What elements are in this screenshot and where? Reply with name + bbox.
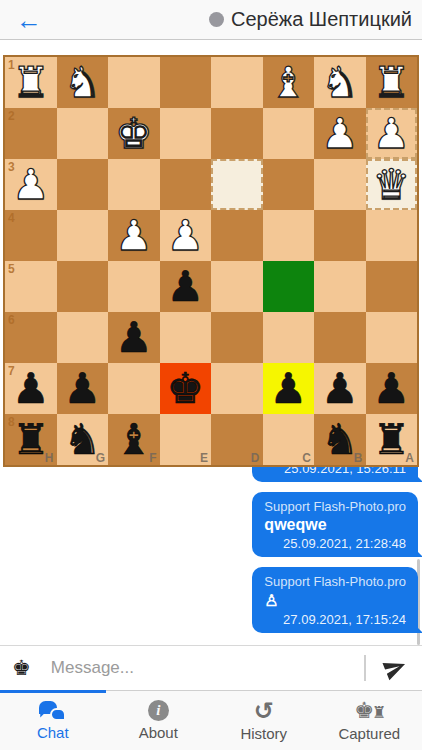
opponent-title: Серёжа Шептицкий: [209, 8, 412, 31]
captured-king-glyph: ♚: [354, 700, 372, 722]
square-c8[interactable]: C: [263, 414, 315, 465]
active-tab-indicator: [0, 690, 106, 693]
square-h5[interactable]: 5: [5, 261, 57, 312]
message-input-row: ♚: [0, 645, 422, 690]
square-f5[interactable]: [108, 261, 160, 312]
square-d4[interactable]: [211, 210, 263, 261]
message-input[interactable]: [51, 658, 358, 678]
tab-chat[interactable]: Chat: [0, 691, 106, 750]
rank-label: 7: [8, 364, 15, 378]
white-king-piece: ♚: [115, 111, 153, 157]
board-container: 1♜♞♝♞♜2♚♟♟3♟♛4♟♟5♟6♟7♟♟♚♟♟♟8H♜G♞F♝EDCB♞A…: [0, 40, 422, 467]
chat-bubbles-icon: [39, 701, 66, 721]
rank-label: 3: [8, 160, 15, 174]
black-pawn-piece: ♟: [12, 366, 50, 412]
square-e7[interactable]: ♚: [160, 363, 212, 414]
bubble-timestamp: 25.09.2021, 21:28:48: [264, 536, 406, 551]
square-h7[interactable]: 7♟: [5, 363, 57, 414]
chat-bubble: Support Flash-Photo.pro 25.09.2021, 15:2…: [252, 467, 418, 482]
tab-captured[interactable]: ♚ ♜ Captured: [317, 691, 422, 750]
square-g3[interactable]: [57, 159, 109, 210]
square-e5[interactable]: ♟: [160, 261, 212, 312]
square-e6[interactable]: [160, 312, 212, 363]
square-c1[interactable]: ♝: [263, 57, 315, 108]
file-label: D: [251, 451, 260, 465]
square-d1[interactable]: [211, 57, 263, 108]
square-a4[interactable]: [366, 210, 418, 261]
square-h4[interactable]: 4: [5, 210, 57, 261]
square-b1[interactable]: ♞: [314, 57, 366, 108]
rank-label: 6: [8, 313, 15, 327]
square-d6[interactable]: [211, 312, 263, 363]
black-pawn-piece: ♟: [269, 366, 307, 412]
square-e1[interactable]: [160, 57, 212, 108]
tab-history-label: History: [240, 725, 287, 742]
bubble-timestamp: 25.09.2021, 15:26:11: [264, 467, 406, 476]
square-g2[interactable]: [57, 108, 109, 159]
chess-board[interactable]: 1♜♞♝♞♜2♚♟♟3♟♛4♟♟5♟6♟7♟♟♚♟♟♟8H♜G♞F♝EDCB♞A…: [3, 55, 419, 467]
file-label: F: [149, 451, 156, 465]
bottom-tab-bar: Chat i About ↺ History ♚ ♜ Captured: [0, 690, 422, 750]
chat-message-list[interactable]: Support Flash-Photo.pro 25.09.2021, 15:2…: [0, 467, 422, 645]
square-b2[interactable]: ♟: [314, 108, 366, 159]
file-label: E: [200, 451, 208, 465]
square-d8[interactable]: D: [211, 414, 263, 465]
tab-about-label: About: [139, 724, 178, 741]
white-pawn-piece: ♟: [115, 213, 153, 259]
square-h3[interactable]: 3♟: [5, 159, 57, 210]
square-f7[interactable]: [108, 363, 160, 414]
square-a8[interactable]: A♜: [366, 414, 418, 465]
white-bishop-piece: ♝: [269, 60, 307, 106]
square-c6[interactable]: [263, 312, 315, 363]
white-rook-piece: ♜: [372, 60, 410, 106]
square-a5[interactable]: [366, 261, 418, 312]
send-icon[interactable]: [380, 653, 410, 683]
chat-bubble: Support Flash-Photo.pro qweqwe 25.09.202…: [252, 492, 418, 557]
file-label: G: [96, 451, 105, 465]
square-f2[interactable]: ♚: [108, 108, 160, 159]
file-label: B: [354, 451, 363, 465]
square-g6[interactable]: [57, 312, 109, 363]
captured-pieces-icon: ♚ ♜: [354, 700, 384, 722]
square-e2[interactable]: [160, 108, 212, 159]
info-icon: i: [148, 700, 169, 721]
square-f6[interactable]: ♟: [108, 312, 160, 363]
history-icon: ↺: [254, 700, 274, 722]
rank-label: 5: [8, 262, 15, 276]
square-d5[interactable]: [211, 261, 263, 312]
square-c7[interactable]: ♟: [263, 363, 315, 414]
square-c2[interactable]: [263, 108, 315, 159]
black-pawn-piece: ♟: [166, 264, 204, 310]
square-b8[interactable]: B♞: [314, 414, 366, 465]
black-pawn-piece: ♟: [321, 366, 359, 412]
square-g4[interactable]: [57, 210, 109, 261]
rank-label: 1: [8, 58, 15, 72]
tab-chat-label: Chat: [37, 724, 69, 741]
chat-bubble: Support Flash-Photo.pro ♙ 27.09.2021, 17…: [252, 567, 418, 633]
input-divider: [364, 655, 366, 681]
square-f1[interactable]: [108, 57, 160, 108]
file-label: A: [405, 451, 414, 465]
square-b5[interactable]: [314, 261, 366, 312]
rank-label: 2: [8, 109, 15, 123]
square-f3[interactable]: [108, 159, 160, 210]
white-rook-piece: ♜: [12, 60, 50, 106]
square-c4[interactable]: [263, 210, 315, 261]
file-label: H: [45, 451, 54, 465]
bubble-timestamp: 27.09.2021, 17:15:24: [264, 612, 406, 627]
white-pawn-piece: ♟: [166, 213, 204, 259]
square-e3[interactable]: [160, 159, 212, 210]
square-b3[interactable]: [314, 159, 366, 210]
square-b4[interactable]: [314, 210, 366, 261]
bubble-text: ♙: [264, 591, 406, 610]
square-h1[interactable]: 1♜: [5, 57, 57, 108]
bubble-text: qweqwe: [264, 516, 406, 534]
tab-history[interactable]: ↺ History: [211, 691, 317, 750]
square-c5[interactable]: [263, 261, 315, 312]
square-d2[interactable]: [211, 108, 263, 159]
square-c3[interactable]: [263, 159, 315, 210]
square-d3[interactable]: [211, 159, 263, 210]
white-pawn-piece: ♟: [372, 111, 410, 157]
page-title: Серёжа Шептицкий: [231, 8, 412, 31]
bubble-sender: Support Flash-Photo.pro: [264, 499, 406, 514]
square-f4[interactable]: ♟: [108, 210, 160, 261]
black-pawn-piece: ♟: [115, 315, 153, 361]
square-b7[interactable]: ♟: [314, 363, 366, 414]
white-knight-piece: ♞: [63, 60, 101, 106]
square-f8[interactable]: F♝: [108, 414, 160, 465]
file-label: C: [302, 451, 311, 465]
square-e8[interactable]: E: [160, 414, 212, 465]
square-h2[interactable]: 2: [5, 108, 57, 159]
presence-dot-icon: [209, 12, 224, 27]
square-a3[interactable]: ♛: [366, 159, 418, 210]
header-bar: ← Серёжа Шептицкий: [0, 0, 422, 40]
square-h6[interactable]: 6: [5, 312, 57, 363]
square-g8[interactable]: G♞: [57, 414, 109, 465]
square-a6[interactable]: [366, 312, 418, 363]
white-queen-piece: ♛: [372, 162, 410, 208]
back-button[interactable]: ←: [10, 2, 48, 38]
white-pawn-piece: ♟: [12, 162, 50, 208]
square-e4[interactable]: ♟: [160, 210, 212, 261]
square-h8[interactable]: 8H♜: [5, 414, 57, 465]
rank-label: 4: [8, 211, 15, 225]
square-d7[interactable]: [211, 363, 263, 414]
tab-captured-label: Captured: [338, 725, 400, 742]
captured-rook-glyph: ♜: [372, 704, 384, 722]
square-g1[interactable]: ♞: [57, 57, 109, 108]
square-a7[interactable]: ♟: [366, 363, 418, 414]
square-a1[interactable]: ♜: [366, 57, 418, 108]
square-g7[interactable]: ♟: [57, 363, 109, 414]
square-g5[interactable]: [57, 261, 109, 312]
white-pawn-piece: ♟: [321, 111, 359, 157]
black-pawn-piece: ♟: [372, 366, 410, 412]
square-a2[interactable]: ♟: [366, 108, 418, 159]
tab-about[interactable]: i About: [106, 691, 212, 750]
black-king-piece: ♚: [166, 366, 204, 412]
black-king-crown-icon[interactable]: ♚: [12, 656, 31, 680]
black-pawn-piece: ♟: [63, 366, 101, 412]
square-b6[interactable]: [314, 312, 366, 363]
bubble-sender: Support Flash-Photo.pro: [264, 574, 406, 589]
white-knight-piece: ♞: [321, 60, 359, 106]
black-bishop-piece: ♝: [115, 417, 153, 463]
rank-label: 8: [8, 415, 15, 429]
